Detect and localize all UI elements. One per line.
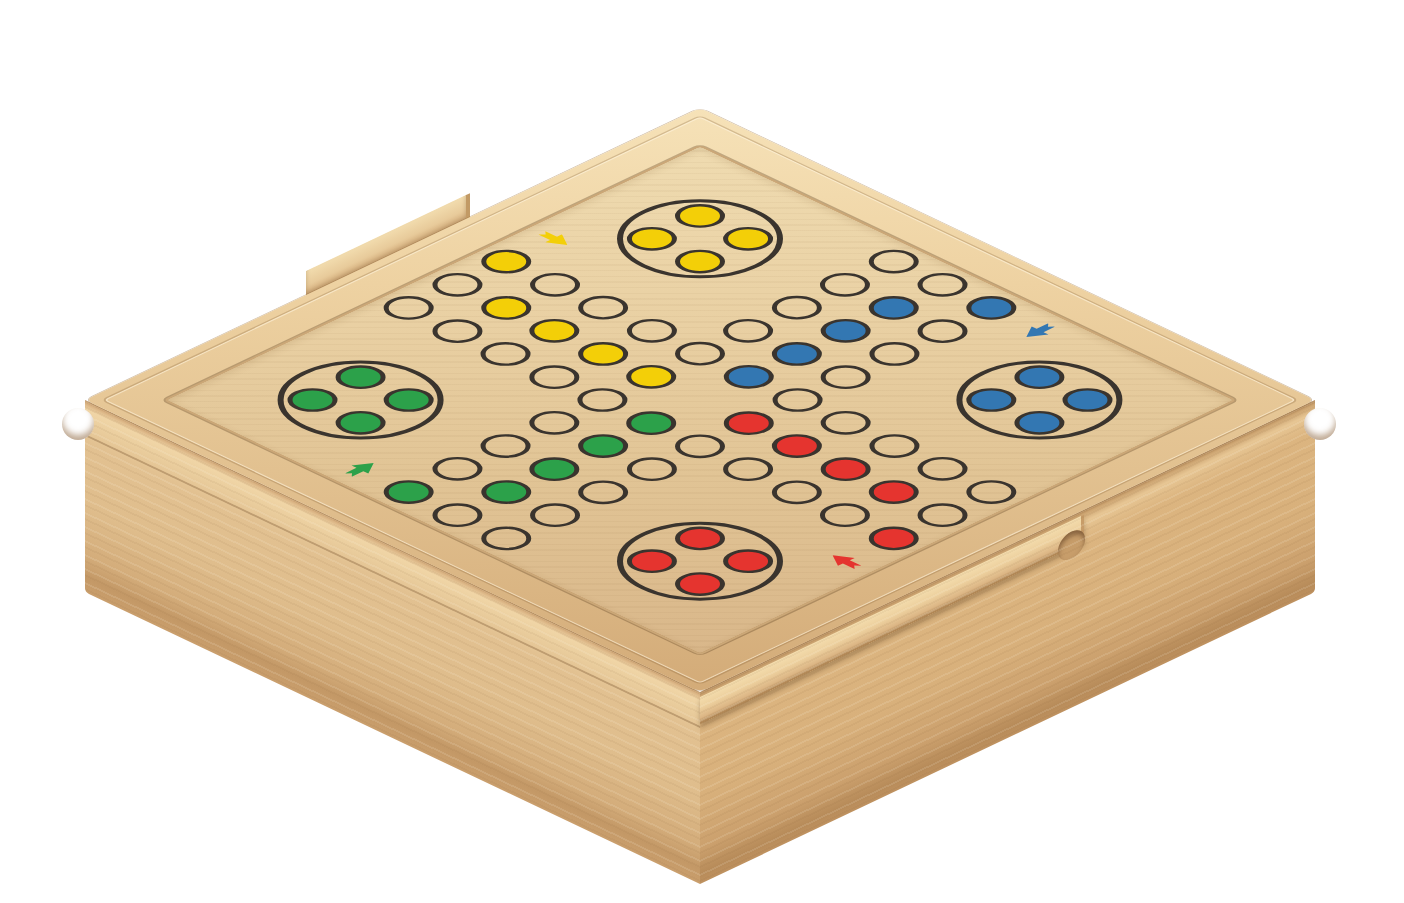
- track-cell: [471, 337, 542, 371]
- finger-notch-left-corner: [62, 408, 94, 440]
- field-green: [471, 475, 542, 509]
- field-red: [810, 452, 881, 486]
- field-blue: [810, 314, 881, 348]
- track-cell: [616, 452, 687, 486]
- track-cell: [568, 383, 639, 417]
- product-photo-scene: [0, 0, 1404, 903]
- start-arrow-blue: [1017, 320, 1062, 341]
- field-green: [519, 452, 590, 486]
- track-cell: [810, 498, 881, 532]
- field-green: [616, 406, 687, 440]
- home-circle-red: [583, 505, 818, 617]
- field-red: [859, 475, 930, 509]
- track-cell: [374, 291, 445, 325]
- track-cell: [907, 314, 978, 348]
- field-blue: [762, 337, 833, 371]
- track-cell: [471, 429, 542, 463]
- start-arrow-green: [338, 458, 383, 479]
- track-cell: [568, 291, 639, 325]
- home-circle-blue: [922, 344, 1157, 456]
- home-circle-green: [243, 344, 478, 456]
- track-cell: [422, 268, 493, 302]
- finger-notch-rail: [1058, 525, 1085, 565]
- track-cell: [422, 314, 493, 348]
- track-cell: [713, 314, 784, 348]
- field-yellow: [519, 314, 590, 348]
- field-red: [762, 429, 833, 463]
- field-blue: [955, 291, 1026, 325]
- field-yellow: [471, 291, 542, 325]
- track-cell: [568, 475, 639, 509]
- field-blue: [859, 291, 930, 325]
- track-cell: [519, 268, 590, 302]
- start-arrow-yellow: [532, 228, 577, 249]
- track-cell: [665, 337, 736, 371]
- field-green: [374, 475, 445, 509]
- track-cell: [422, 498, 493, 532]
- track-cell: [762, 475, 833, 509]
- track-cell: [907, 268, 978, 302]
- track-cell: [859, 429, 930, 463]
- track-cell: [665, 429, 736, 463]
- field-green: [568, 429, 639, 463]
- finger-notch-right-corner: [1304, 408, 1336, 440]
- track-cell: [616, 314, 687, 348]
- track-cell: [762, 291, 833, 325]
- track-cell: [713, 452, 784, 486]
- track-cell: [519, 360, 590, 394]
- track-cell: [762, 383, 833, 417]
- track-cell: [810, 268, 881, 302]
- field-yellow: [568, 337, 639, 371]
- track-cell: [810, 360, 881, 394]
- track-cell: [471, 521, 542, 555]
- track-cell: [519, 498, 590, 532]
- track-cell: [859, 245, 930, 279]
- field-yellow: [616, 360, 687, 394]
- track-cell: [810, 406, 881, 440]
- track-cell: [422, 452, 493, 486]
- track-cell: [907, 498, 978, 532]
- home-circle-yellow: [583, 183, 818, 295]
- field-red: [713, 406, 784, 440]
- track-cell: [955, 475, 1026, 509]
- track-cell: [907, 452, 978, 486]
- start-arrow-red: [823, 551, 868, 572]
- field-red: [859, 521, 930, 555]
- track-cell: [519, 406, 590, 440]
- track-cell: [859, 337, 930, 371]
- field-blue: [713, 360, 784, 394]
- field-yellow: [471, 245, 542, 279]
